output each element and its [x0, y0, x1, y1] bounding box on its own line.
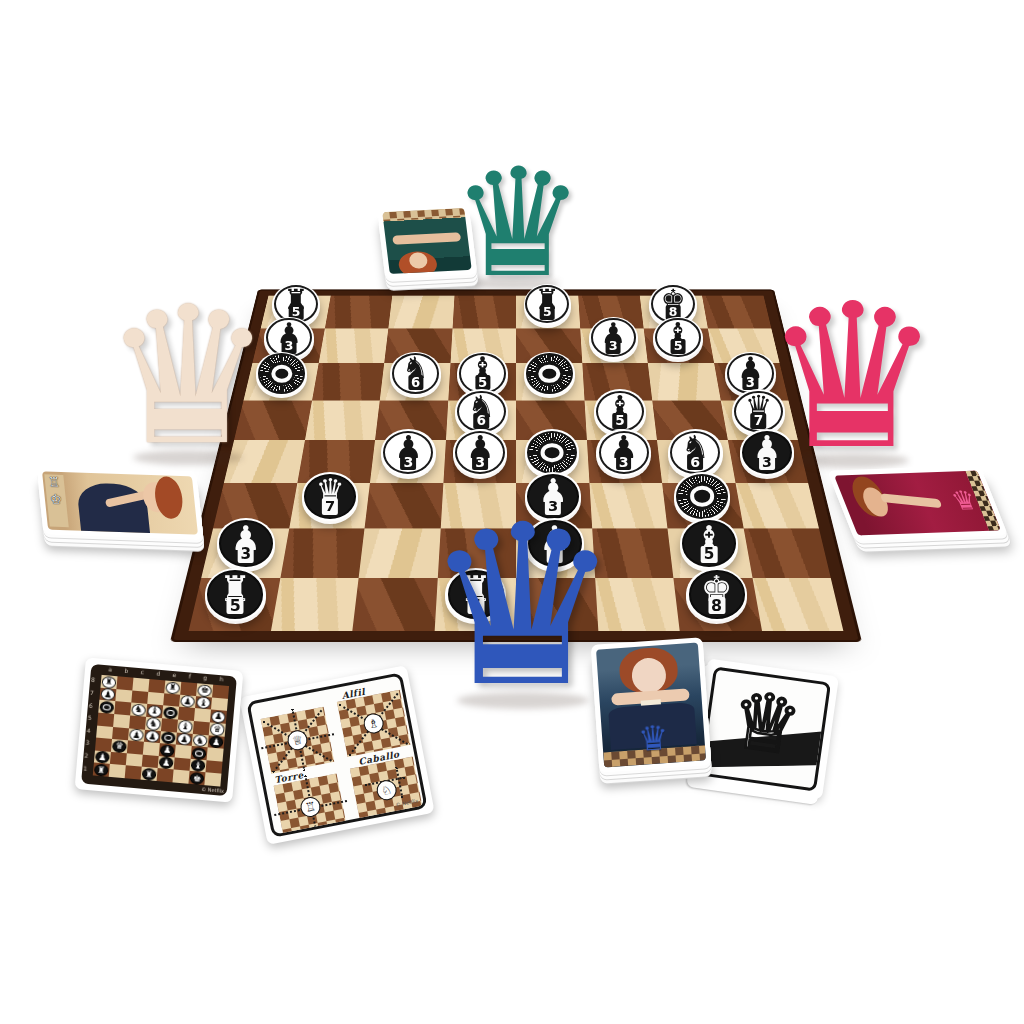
blue-queen-icon: ♛	[637, 719, 670, 755]
mini-square-a1: ♜	[93, 763, 110, 777]
square-b8[interactable]	[325, 296, 393, 329]
rook-move-icon: ♖	[299, 795, 322, 818]
token-f5-bishop[interactable]: ♝5	[594, 389, 647, 434]
mini-token-h5: ♛	[210, 724, 224, 735]
mini-square-f1	[172, 770, 189, 784]
mini-token-e3: ♟	[160, 745, 174, 756]
token-f7-pawn[interactable]: ♟3	[589, 317, 638, 359]
mini-token-h6: ♟	[212, 711, 226, 722]
token-value: 3	[616, 454, 632, 470]
netflix-credit: © Netflix	[201, 786, 224, 794]
token-c6-knight[interactable]: ♞6	[390, 352, 441, 396]
mini-square-c1	[125, 766, 142, 780]
beth-dress	[76, 483, 150, 535]
sketched-queen-icon: ♕	[726, 679, 806, 766]
setup-card-frame: abcdefgh 87654321 ♜♜♚♟♟♝♞♝♟♞♝♛♟♟♟♞♟♛♟♟♟♝…	[81, 664, 237, 796]
knight-move-diagram: ♘	[350, 757, 424, 824]
token-d4-pawn[interactable]: ♟3	[453, 429, 508, 476]
token-b3-queen[interactable]: ♛7	[302, 472, 359, 521]
token-e6-back[interactable]	[524, 352, 575, 396]
mini-token-g4: ♞	[193, 735, 207, 746]
queen-glyph: ♛	[451, 136, 585, 310]
token-e4-back[interactable]	[525, 429, 580, 476]
mini-token-g7: ♝	[197, 697, 211, 708]
mini-token-e2: ♟	[159, 758, 173, 769]
mini-token-e8: ♜	[166, 682, 180, 693]
mini-token-a1: ♜	[94, 765, 108, 776]
square-b1[interactable]	[270, 578, 358, 631]
blue-queen-piece[interactable]: ♛	[415, 495, 630, 717]
queen-glyph: ♛	[103, 266, 273, 487]
token-value: 6	[474, 413, 490, 429]
mini-token-b3: ♛	[113, 741, 127, 752]
mini-square-d1: ♜	[141, 767, 158, 781]
chess-pieces-strip: ♖♔	[44, 475, 69, 527]
setup-reference-card[interactable]: abcdefgh 87654321 ♜♜♚♟♟♝♞♝♟♞♝♛♟♟♟♞♟♛♟♟♟♝…	[75, 657, 244, 802]
cream-queen-piece[interactable]: ♛	[98, 282, 278, 472]
token-a2-pawn[interactable]: ♟3	[217, 518, 276, 568]
mini-token-d5: ♞	[147, 718, 161, 729]
queens-gambit-game-scene: ♜5♜5♚8♟3♟3♝5♞6♝5♟3♞6♝5♛7♟3♟3♟3♞6♟3♛7♟3♟3…	[0, 0, 1024, 1024]
mini-token-f4: ♟	[177, 734, 191, 745]
square-h1[interactable]	[752, 578, 843, 631]
beth-arm	[880, 493, 942, 508]
token-value: 5	[475, 375, 490, 390]
token-value: 5	[612, 413, 628, 429]
token-g1-king[interactable]: ♚8	[686, 568, 747, 620]
mini-token-a2: ♟	[96, 752, 110, 763]
square-g6[interactable]	[648, 363, 721, 400]
mini-square-e1	[157, 768, 174, 782]
square-b5[interactable]	[305, 400, 380, 440]
mini-token-c6: ♞	[132, 704, 146, 715]
token-a1-rook[interactable]: ♜5	[205, 568, 266, 620]
mini-square-g1: ♚	[188, 771, 205, 785]
mini-token-g3	[192, 748, 206, 759]
token-f4-pawn[interactable]: ♟3	[596, 429, 651, 476]
queen-glyph: ♛	[763, 260, 942, 493]
token-g3-back[interactable]	[674, 472, 731, 521]
queen-move-diagram: ♕	[261, 707, 335, 774]
mini-token-e4	[162, 732, 176, 743]
mini-token-g8: ♚	[198, 685, 212, 696]
square-b6[interactable]	[312, 363, 385, 400]
token-value: 5	[227, 597, 244, 615]
queen-glyph: ♛	[423, 477, 622, 735]
token-d5-knight[interactable]: ♞6	[455, 389, 508, 434]
rook-move-diagram: ♖	[274, 773, 348, 837]
mini-token-d4: ♟	[146, 731, 160, 742]
square-c8[interactable]	[388, 296, 454, 329]
token-value: 3	[238, 546, 255, 563]
token-c4-pawn[interactable]: ♟3	[381, 429, 436, 476]
mini-square-h1	[204, 773, 221, 787]
token-g7-bishop[interactable]: ♝5	[653, 317, 702, 359]
mini-token-d1: ♜	[142, 769, 156, 780]
token-value: 3	[606, 339, 621, 354]
mini-token-e6	[164, 707, 178, 718]
mini-token-c4: ♟	[130, 730, 144, 741]
illustration-frame: ♕	[699, 666, 831, 791]
token-value: 6	[687, 454, 703, 470]
square-b7[interactable]	[318, 328, 388, 363]
mini-token-g2: ♝	[191, 760, 205, 771]
mini-square-b1	[109, 764, 126, 778]
token-value: 8	[708, 597, 725, 615]
mini-token-h4: ♟	[209, 737, 223, 748]
token-g2-bishop[interactable]: ♝5	[680, 518, 739, 568]
token-value: 3	[472, 454, 488, 470]
square-h2[interactable]	[743, 528, 830, 577]
token-value: 5	[701, 546, 718, 563]
token-g4-knight[interactable]: ♞6	[668, 429, 723, 476]
movement-card-frame: ♕ Alfil ♗ Torre ♖ Caballo ♘ © Netflix	[246, 672, 427, 838]
token-value: 3	[400, 454, 416, 470]
movement-reference-card[interactable]: ♕ Alfil ♗ Torre ♖ Caballo ♘ © Netflix	[239, 665, 434, 845]
mini-token-g1: ♚	[190, 773, 204, 784]
queen-illustration-card[interactable]: ♕	[691, 658, 839, 799]
mini-token-a6	[100, 702, 114, 713]
mini-token-d6: ♝	[148, 706, 162, 717]
teal-queen-piece[interactable]: ♛	[448, 148, 588, 298]
token-value: 5	[671, 339, 686, 354]
token-value: 6	[408, 375, 423, 390]
mini-token-f7: ♟	[181, 696, 195, 707]
bishop-move-diagram: ♗	[337, 690, 411, 757]
token-value: 7	[322, 498, 338, 515]
mini-token-a7: ♟	[101, 689, 115, 700]
mini-token-f5: ♝	[179, 721, 193, 732]
setup-mini-board: ♜♜♚♟♟♝♞♝♟♞♝♛♟♟♟♞♟♛♟♟♟♝♜♜♚	[93, 675, 229, 787]
mini-token-a8: ♜	[102, 677, 116, 688]
square-b2[interactable]	[280, 528, 365, 577]
pink-queen-piece[interactable]: ♛	[755, 277, 950, 477]
